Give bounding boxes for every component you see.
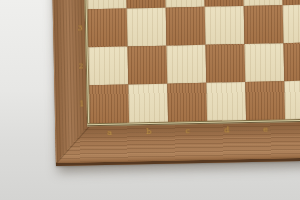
square-b2 <box>128 46 168 85</box>
file-label-d: d <box>207 124 246 137</box>
square-c3 <box>166 7 206 46</box>
square-d3 <box>205 6 245 45</box>
square-e3 <box>244 5 284 44</box>
square-a1 <box>89 84 129 123</box>
square-e1 <box>245 81 285 120</box>
square-f1 <box>284 80 300 119</box>
file-label-b: b <box>129 126 168 139</box>
rank-label-3: 3 <box>73 23 87 33</box>
square-c2 <box>167 45 207 84</box>
squares-grid <box>84 0 300 123</box>
file-label-e: e <box>246 123 285 136</box>
chess-board: abcde 123 <box>49 0 300 166</box>
square-d2 <box>205 44 245 83</box>
square-d1 <box>206 82 246 121</box>
photo-background: abcde 123 <box>0 0 300 200</box>
square-f3 <box>283 4 300 43</box>
rank-label-1: 1 <box>75 99 89 109</box>
square-c1 <box>167 83 207 122</box>
square-b1 <box>128 84 168 123</box>
file-label-c: c <box>168 125 207 138</box>
square-f2 <box>283 42 300 81</box>
file-label-a: a <box>90 126 129 139</box>
square-a2 <box>89 46 129 85</box>
rank-label-2: 2 <box>74 61 88 71</box>
square-e2 <box>244 43 284 82</box>
square-a3 <box>88 8 128 47</box>
square-b3 <box>127 8 167 47</box>
